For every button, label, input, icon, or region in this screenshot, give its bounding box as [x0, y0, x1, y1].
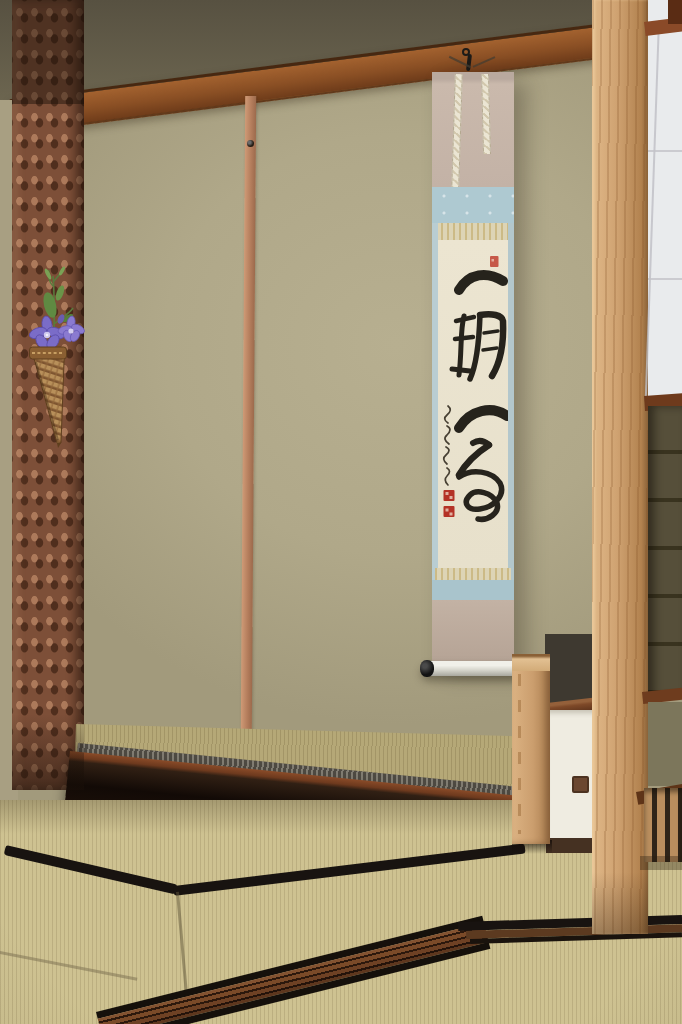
char-e	[459, 441, 502, 519]
signature-seal-upper	[444, 490, 455, 501]
panel-base-trim	[546, 838, 598, 853]
pillar-top-shade	[12, 0, 84, 104]
shoji-grid-horizontal-1	[648, 150, 682, 152]
hanging-flower-vase	[24, 262, 88, 458]
roller-knob-black	[420, 660, 434, 677]
ichimonji-band-top	[435, 223, 511, 240]
slatted-recess	[648, 406, 682, 698]
vertical-slat-fence	[644, 788, 682, 862]
scroll-side-strip-right	[508, 223, 514, 580]
char-ki	[452, 314, 503, 379]
hanging-cord-right	[473, 56, 496, 68]
panel-wood-inset	[572, 776, 589, 793]
ichimonji-band-bottom	[435, 568, 511, 580]
scroll-body	[432, 72, 514, 664]
hanging-scroll	[432, 48, 516, 680]
relief-seal	[490, 256, 499, 267]
shadowed-wall-right	[648, 702, 682, 786]
shoji-corner-beam	[668, 0, 682, 24]
scroll-blue-band-top	[432, 187, 514, 223]
vase-and-flowers	[24, 262, 88, 458]
char-ichi-2	[459, 410, 507, 428]
signature-seal-lower	[444, 506, 455, 517]
shoji-grid-horizontal-2	[648, 278, 682, 280]
red-seals	[444, 256, 499, 517]
main-pillar-foot-shade	[592, 872, 648, 934]
fence-floor-shadow	[640, 856, 682, 870]
pillar-foot-shade	[12, 714, 84, 790]
floor-shadow	[0, 800, 560, 834]
leaves	[41, 266, 74, 324]
partition-end-post	[512, 654, 550, 844]
bamboo-basket-cone	[30, 347, 67, 448]
batten-nail	[247, 140, 254, 147]
char-ichi-1	[459, 275, 503, 290]
scroll-paper	[438, 240, 508, 568]
calligraphy-artwork	[438, 240, 508, 568]
scroll-blue-band-bottom	[432, 580, 514, 600]
scroll-top-fabric	[432, 72, 514, 187]
calligraphy-strokes	[452, 275, 507, 519]
signature-column	[444, 406, 451, 485]
scroll-hook-pin	[466, 54, 472, 71]
scroll-bottom-fabric	[432, 600, 514, 664]
tea-room-photo: 一期一会 前大徳柳生紹尚	[0, 0, 682, 1024]
